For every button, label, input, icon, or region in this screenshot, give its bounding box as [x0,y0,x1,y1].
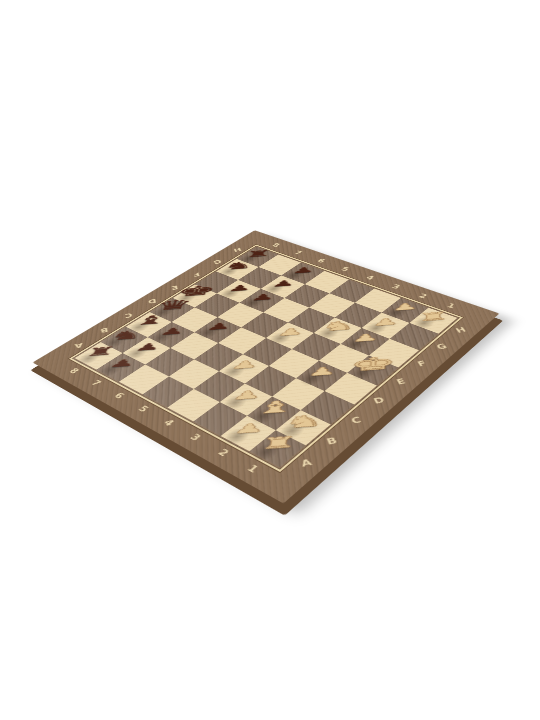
square-e2 [319,344,369,373]
rank-label-left-1: 1 [239,460,266,478]
piece-shadow [244,437,289,467]
file-label-near-a: A [295,455,319,472]
square-a3 [193,402,247,436]
white-rook-glyph: ♜ [244,433,312,452]
square-c4 [219,354,269,383]
square-g1 [390,323,439,350]
square-f1 [369,339,419,368]
file-label-far-f: F [188,270,204,279]
square-d3 [269,349,319,378]
file-label-near-d: D [368,394,391,408]
rank-label-left-8: 8 [62,365,85,379]
rank-label-left-2: 2 [210,444,236,462]
white-pawn-glyph: ♟ [215,388,278,403]
white-pawn-glyph: ♟ [215,358,275,372]
square-a1 [249,430,305,467]
square-b4 [194,371,245,402]
square-c3 [245,366,296,397]
piece-shadow [214,360,254,384]
white-pawn-glyph: ♟ [216,420,282,436]
square-a5 [143,376,194,407]
rank-label-left-7: 7 [84,376,107,390]
file-label-near-c: C [345,413,368,428]
file-label-near-h: H [450,325,472,337]
rank-label-right-3: 3 [386,282,406,292]
piece-shadow [215,422,259,451]
square-b5 [169,359,219,389]
rank-label-right-5: 5 [335,265,355,275]
white-bishop-glyph: ♝ [242,397,307,417]
square-d4 [243,338,292,366]
square-b1 [276,410,331,445]
square-d1 [325,373,377,405]
rank-label-left-4: 4 [156,415,181,431]
black-pawn-glyph: ♟ [92,356,152,370]
square-a4 [167,389,219,421]
square-e3 [292,333,341,361]
square-b3 [220,384,272,416]
white-knight-glyph: ♞ [271,411,337,431]
square-b6 [145,348,194,376]
rank-label-right-4: 4 [360,273,380,283]
square-c1 [301,391,355,424]
white-pawn-glyph: ♟ [292,364,353,379]
piece-shadow [242,403,284,430]
white-king-glyph: ♚ [343,353,403,374]
file-label-near-g: G [431,341,453,353]
square-b2 [247,397,301,431]
file-label-near-e: E [390,375,413,389]
piece-shadow [270,417,313,446]
rank-label-right-7: 7 [288,249,307,258]
file-label-near-f: F [411,358,433,371]
photo-area: 1122334455667788AABBCCDDEEFFGGHH♜♞♚♛♝♞♟♜… [0,0,540,720]
square-c5 [194,343,243,371]
square-d2 [296,361,347,391]
piece-shadow [291,366,331,391]
square-e1 [347,355,398,385]
square-c2 [272,378,324,410]
chess-board: 1122334455667788AABBCCDDEEFFGGHH♜♞♚♛♝♞♟♜… [33,230,500,503]
square-a6 [119,365,169,395]
rank-label-left-6: 6 [107,389,131,404]
white-pawn-glyph: ♟ [337,331,394,345]
rank-label-left-3: 3 [182,429,208,446]
square-a2 [221,416,276,451]
rank-label-left-5: 5 [131,402,156,417]
file-label-near-b: B [320,434,344,450]
board-plane: 1122334455667788AABBCCDDEEFFGGHH♜♞♚♛♝♞♟♜… [33,230,255,362]
piece-shadow [343,361,383,386]
piece-shadow [214,389,256,415]
